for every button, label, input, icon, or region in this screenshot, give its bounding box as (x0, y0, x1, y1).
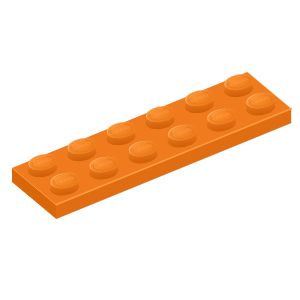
lego-logo-text: LEGO (228, 77, 248, 87)
lego-logo-text: LEGO (32, 157, 52, 167)
product-image: LEGOLEGOLEGOLEGOLEGOLEGOLEGOLEGOLEGOLEGO… (0, 0, 300, 300)
lego-logo-text: LEGO (211, 112, 231, 122)
lego-logo-text: LEGO (172, 128, 192, 138)
lego-logo-text: LEGO (111, 125, 131, 135)
lego-logo-text: LEGO (189, 93, 209, 103)
lego-logo-text: LEGO (133, 144, 153, 154)
lego-logo-text: LEGO (72, 141, 92, 151)
lego-logo-text: LEGO (94, 160, 114, 170)
lego-logo-text: LEGO (54, 176, 74, 186)
lego-logo-text: LEGO (150, 109, 170, 119)
lego-logo-text: LEGO (250, 96, 270, 106)
